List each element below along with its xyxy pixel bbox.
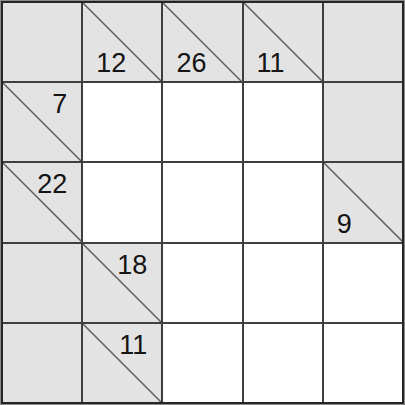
down-clue-label: 9 — [337, 211, 352, 238]
down-clue-label: 26 — [176, 50, 206, 77]
entry-cell[interactable] — [83, 83, 161, 161]
down-clue-label: 11 — [257, 50, 285, 77]
diagonal-line — [3, 83, 81, 161]
clue-cell: 26 — [163, 3, 241, 81]
clue-cell: 7 — [3, 83, 81, 161]
across-clue-label: 18 — [117, 252, 147, 279]
down-clue-label: 12 — [96, 50, 126, 77]
entry-cell[interactable] — [244, 163, 322, 241]
blocked-cell — [3, 3, 81, 81]
clue-cell: 22 — [3, 163, 81, 241]
across-clue-label: 11 — [119, 332, 147, 359]
entry-cell[interactable] — [324, 324, 402, 402]
kakuro-board: 12261172291811 — [1, 1, 404, 404]
entry-cell[interactable] — [244, 324, 322, 402]
entry-cell[interactable] — [163, 244, 241, 322]
across-clue-label: 22 — [37, 171, 67, 198]
clue-cell: 18 — [83, 244, 161, 322]
entry-cell[interactable] — [324, 244, 402, 322]
clue-cell: 9 — [324, 163, 402, 241]
across-clue-label: 7 — [52, 91, 67, 118]
clue-cell: 11 — [244, 3, 322, 81]
blocked-cell — [3, 244, 81, 322]
entry-cell[interactable] — [163, 163, 241, 241]
blocked-cell — [3, 324, 81, 402]
blocked-cell — [324, 3, 402, 81]
diagonal-line — [324, 163, 402, 241]
blocked-cell — [324, 83, 402, 161]
kakuro-board-frame: 12261172291811 — [0, 0, 405, 405]
entry-cell[interactable] — [244, 244, 322, 322]
entry-cell[interactable] — [244, 83, 322, 161]
clue-cell: 12 — [83, 3, 161, 81]
entry-cell[interactable] — [163, 324, 241, 402]
entry-cell[interactable] — [83, 163, 161, 241]
entry-cell[interactable] — [163, 83, 241, 161]
clue-cell: 11 — [83, 324, 161, 402]
